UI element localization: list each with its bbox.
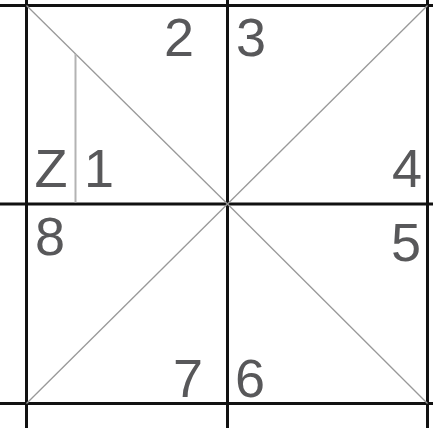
octant-diagram: Z 1 2 3 4 5 6 7 8 xyxy=(0,0,433,428)
label-octant-6: 6 xyxy=(235,351,265,405)
label-octant-7: 7 xyxy=(173,351,203,405)
label-octant-8: 8 xyxy=(35,209,65,263)
label-octant-1: 1 xyxy=(84,141,114,195)
label-octant-2: 2 xyxy=(164,10,194,64)
label-octant-4: 4 xyxy=(392,141,422,195)
label-octant-3: 3 xyxy=(236,10,266,64)
label-zone-z: Z xyxy=(35,141,68,195)
label-octant-5: 5 xyxy=(391,215,421,269)
